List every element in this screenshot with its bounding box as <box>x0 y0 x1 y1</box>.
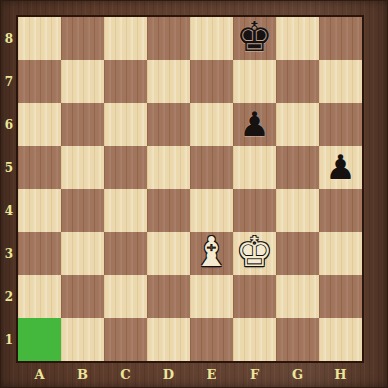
square-g4[interactable] <box>276 189 319 232</box>
square-a6[interactable] <box>18 103 61 146</box>
square-h4[interactable] <box>319 189 362 232</box>
file-label-c: C <box>104 361 147 388</box>
square-g1[interactable] <box>276 318 319 361</box>
square-h8[interactable] <box>319 17 362 60</box>
square-d7[interactable] <box>147 60 190 103</box>
square-a5[interactable] <box>18 146 61 189</box>
square-h3[interactable] <box>319 232 362 275</box>
rank-label-4: 4 <box>0 189 18 232</box>
square-f3[interactable]: ♚ <box>233 232 276 275</box>
square-b8[interactable] <box>61 17 104 60</box>
square-h2[interactable] <box>319 275 362 318</box>
rank-label-2: 2 <box>0 275 18 318</box>
square-c1[interactable] <box>104 318 147 361</box>
square-e6[interactable] <box>190 103 233 146</box>
square-b7[interactable] <box>61 60 104 103</box>
rank-label-7: 7 <box>0 60 18 103</box>
square-e7[interactable] <box>190 60 233 103</box>
piece-black-king-icon[interactable]: ♚ <box>236 17 273 58</box>
square-d3[interactable] <box>147 232 190 275</box>
square-b5[interactable] <box>61 146 104 189</box>
square-g3[interactable] <box>276 232 319 275</box>
square-h6[interactable] <box>319 103 362 146</box>
square-a3[interactable] <box>18 232 61 275</box>
file-label-g: G <box>276 361 319 388</box>
file-label-a: A <box>18 361 61 388</box>
square-c6[interactable] <box>104 103 147 146</box>
file-label-d: D <box>147 361 190 388</box>
square-b1[interactable] <box>61 318 104 361</box>
square-d6[interactable] <box>147 103 190 146</box>
square-g8[interactable] <box>276 17 319 60</box>
chess-board: 87654321 ABCDEFGH ♚♟♟♝♚ <box>0 0 388 388</box>
square-c8[interactable] <box>104 17 147 60</box>
file-label-h: H <box>319 361 362 388</box>
square-e8[interactable] <box>190 17 233 60</box>
file-label-b: B <box>61 361 104 388</box>
square-f1[interactable] <box>233 318 276 361</box>
square-h7[interactable] <box>319 60 362 103</box>
rank-label-5: 5 <box>0 146 18 189</box>
rank-label-1: 1 <box>0 318 18 361</box>
rank-label-8: 8 <box>0 17 18 60</box>
square-c7[interactable] <box>104 60 147 103</box>
square-e4[interactable] <box>190 189 233 232</box>
square-e3[interactable]: ♝ <box>190 232 233 275</box>
board-grid: ♚♟♟♝♚ <box>18 17 362 361</box>
square-f2[interactable] <box>233 275 276 318</box>
rank-label-3: 3 <box>0 232 18 275</box>
square-g2[interactable] <box>276 275 319 318</box>
square-c2[interactable] <box>104 275 147 318</box>
square-h5[interactable]: ♟ <box>319 146 362 189</box>
square-e5[interactable] <box>190 146 233 189</box>
square-g7[interactable] <box>276 60 319 103</box>
square-b4[interactable] <box>61 189 104 232</box>
square-d5[interactable] <box>147 146 190 189</box>
file-label-e: E <box>190 361 233 388</box>
square-a1[interactable] <box>18 318 61 361</box>
square-b3[interactable] <box>61 232 104 275</box>
square-e2[interactable] <box>190 275 233 318</box>
square-d4[interactable] <box>147 189 190 232</box>
square-a2[interactable] <box>18 275 61 318</box>
square-e1[interactable] <box>190 318 233 361</box>
square-g5[interactable] <box>276 146 319 189</box>
square-g6[interactable] <box>276 103 319 146</box>
square-b2[interactable] <box>61 275 104 318</box>
square-d8[interactable] <box>147 17 190 60</box>
piece-black-pawn-icon[interactable]: ♟ <box>239 107 269 141</box>
square-f7[interactable] <box>233 60 276 103</box>
piece-black-pawn-icon[interactable]: ♟ <box>325 150 355 184</box>
piece-white-king-icon[interactable]: ♚ <box>236 232 273 273</box>
square-c5[interactable] <box>104 146 147 189</box>
file-labels: ABCDEFGH <box>18 361 362 388</box>
square-d1[interactable] <box>147 318 190 361</box>
piece-white-bishop-icon[interactable]: ♝ <box>193 232 230 273</box>
rank-label-6: 6 <box>0 103 18 146</box>
square-f6[interactable]: ♟ <box>233 103 276 146</box>
square-f8[interactable]: ♚ <box>233 17 276 60</box>
square-c3[interactable] <box>104 232 147 275</box>
rank-labels: 87654321 <box>0 17 18 361</box>
square-b6[interactable] <box>61 103 104 146</box>
square-a7[interactable] <box>18 60 61 103</box>
square-f4[interactable] <box>233 189 276 232</box>
square-a4[interactable] <box>18 189 61 232</box>
square-h1[interactable] <box>319 318 362 361</box>
file-label-f: F <box>233 361 276 388</box>
square-f5[interactable] <box>233 146 276 189</box>
square-c4[interactable] <box>104 189 147 232</box>
square-d2[interactable] <box>147 275 190 318</box>
square-a8[interactable] <box>18 17 61 60</box>
